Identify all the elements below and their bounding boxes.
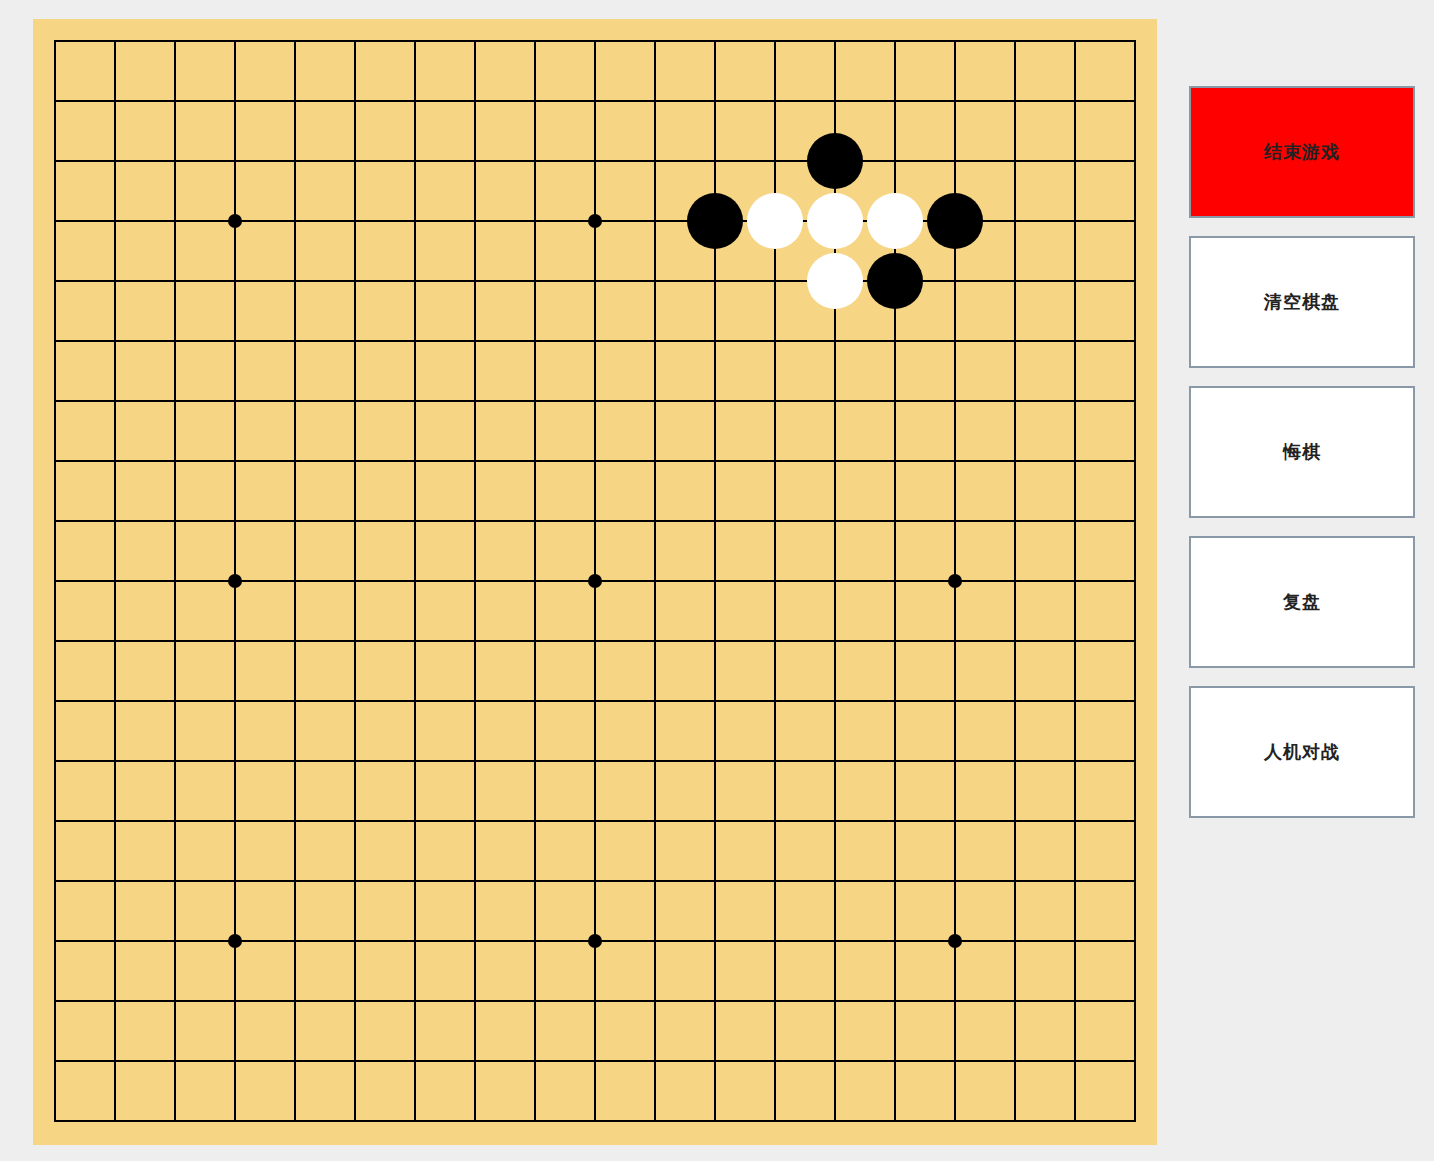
star-point	[588, 574, 602, 588]
grid-line-horizontal	[54, 820, 1136, 822]
go-board[interactable]	[33, 19, 1157, 1145]
star-point	[228, 934, 242, 948]
star-point	[948, 574, 962, 588]
human-vs-ai-button[interactable]: 人机对战	[1189, 686, 1415, 818]
star-point	[228, 214, 242, 228]
white-stone-O15	[807, 253, 863, 309]
grid-line-horizontal	[54, 640, 1136, 642]
star-point	[228, 574, 242, 588]
board-grid[interactable]	[55, 41, 1135, 1121]
grid-line-horizontal	[54, 1000, 1136, 1002]
sidebar: 结束游戏 清空棋盘 悔棋 复盘 人机对战	[1189, 86, 1415, 818]
white-stone-N16	[747, 193, 803, 249]
end-game-button[interactable]: 结束游戏	[1189, 86, 1415, 218]
black-stone-O17	[807, 133, 863, 189]
white-stone-O16	[807, 193, 863, 249]
star-point	[588, 934, 602, 948]
replay-button[interactable]: 复盘	[1189, 536, 1415, 668]
white-stone-P16	[867, 193, 923, 249]
black-stone-Q16	[927, 193, 983, 249]
grid-line-vertical	[654, 40, 656, 1122]
star-point	[588, 214, 602, 228]
grid-line-vertical	[1014, 40, 1016, 1122]
grid-line-vertical	[1074, 40, 1076, 1122]
clear-board-button[interactable]: 清空棋盘	[1189, 236, 1415, 368]
black-stone-P15	[867, 253, 923, 309]
undo-button[interactable]: 悔棋	[1189, 386, 1415, 518]
black-stone-M16	[687, 193, 743, 249]
star-point	[948, 934, 962, 948]
grid-line-horizontal	[54, 1060, 1136, 1062]
grid-line-horizontal	[54, 880, 1136, 882]
grid-line-horizontal	[54, 700, 1136, 702]
grid-line-horizontal	[54, 1120, 1136, 1122]
grid-line-horizontal	[54, 760, 1136, 762]
grid-line-vertical	[1134, 40, 1136, 1122]
